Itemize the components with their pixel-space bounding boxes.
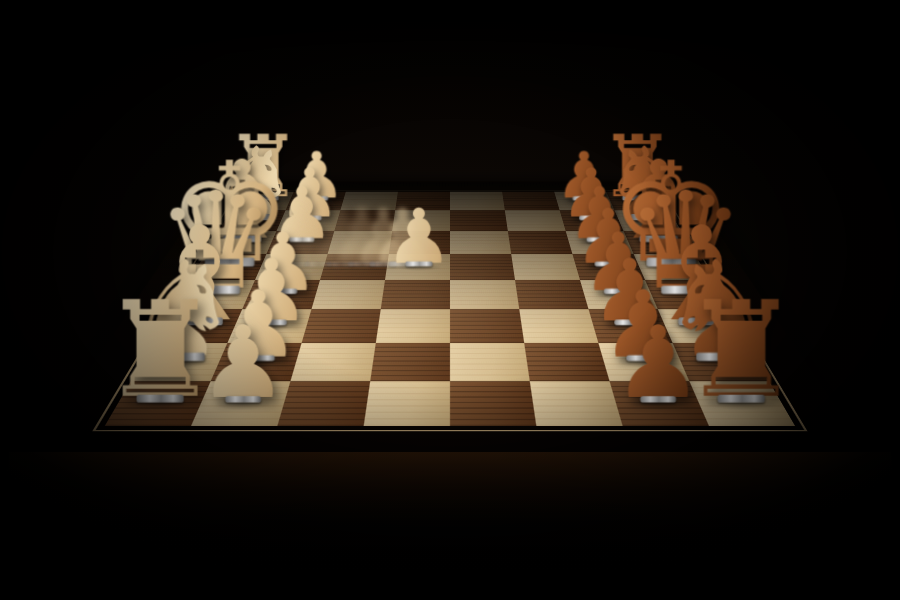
square-d4[interactable] (381, 280, 450, 309)
white-pawn-arriving-e4: ♟ (355, 190, 481, 266)
metal-base-ring (405, 261, 432, 266)
square-b4[interactable] (370, 343, 450, 382)
black-rook-a8[interactable]: ♜ (657, 269, 823, 402)
white-pawn-a2[interactable]: ♟ (160, 303, 326, 403)
square-a4[interactable] (364, 381, 450, 426)
metal-base-ring (225, 396, 261, 402)
square-d5[interactable] (450, 280, 519, 309)
square-c5[interactable] (450, 309, 524, 342)
square-b5[interactable] (450, 343, 530, 382)
square-c4[interactable] (376, 309, 450, 342)
board-front-edge (0, 452, 900, 600)
chess-photo-scene: ♜♟♟♜♞♟♟♞♝♟♟♝♚♟♟♟♟♟♟♟♟♚♛♟♟♛♝♟♟♝♞♟♟♞♜♟♟♜ (0, 0, 900, 600)
metal-base-ring (717, 395, 764, 403)
chess-board: ♜♟♟♜♞♟♟♞♝♟♟♝♚♟♟♟♟♟♟♟♟♚♛♟♟♛♝♟♟♝♞♟♟♞♜♟♟♜ (30, 181, 870, 457)
square-a5[interactable] (450, 381, 536, 426)
